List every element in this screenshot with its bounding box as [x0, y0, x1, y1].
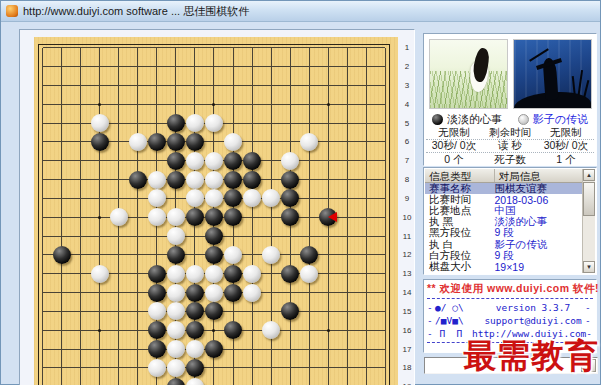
stone-white[interactable]	[91, 265, 109, 283]
white-time-limit: 无限制	[538, 126, 594, 140]
stone-white[interactable]	[300, 265, 318, 283]
stone-black[interactable]	[148, 340, 166, 358]
stone-black[interactable]	[148, 321, 166, 339]
stone-black[interactable]	[129, 171, 147, 189]
stone-white[interactable]	[110, 208, 128, 226]
stone-white[interactable]	[148, 359, 166, 377]
stone-white[interactable]	[186, 152, 204, 170]
stone-white[interactable]	[148, 208, 166, 226]
stone-white[interactable]	[167, 359, 185, 377]
info-value-cell: 19×19	[495, 261, 525, 273]
stone-white[interactable]	[186, 340, 204, 358]
stone-black[interactable]	[91, 133, 109, 151]
row-label: 12	[400, 250, 414, 259]
black-player-name: 淡淡的心事	[447, 112, 502, 127]
stone-white[interactable]	[243, 284, 261, 302]
stone-white[interactable]	[167, 227, 185, 245]
players-box: 淡淡的心事 影子の传说 无限制 剩余时间 无限制 30秒/ 0次 读 秒 30秒…	[423, 33, 597, 166]
black-byoyomi: 30秒/ 0次	[426, 139, 482, 153]
stone-black[interactable]	[53, 246, 71, 264]
app-icon	[6, 5, 18, 17]
watermark-text: 最需教育	[463, 334, 599, 379]
stone-black[interactable]	[148, 265, 166, 283]
stone-black[interactable]	[167, 152, 185, 170]
white-byoyomi: 30秒/ 0次	[538, 139, 594, 153]
last-move-marker-icon	[328, 212, 337, 222]
stone-white[interactable]	[167, 321, 185, 339]
stone-black[interactable]	[167, 171, 185, 189]
stone-white[interactable]	[205, 152, 223, 170]
scrollbar-thumb[interactable]	[583, 182, 595, 216]
row-label: 6	[400, 137, 414, 146]
row-label: 14	[400, 288, 414, 297]
stone-black[interactable]	[224, 265, 242, 283]
stone-white[interactable]	[224, 246, 242, 264]
version-text: version 3.3.7	[481, 302, 585, 313]
table-row[interactable]: 棋盘大小19×19	[425, 261, 583, 272]
stone-black[interactable]	[281, 265, 299, 283]
stone-black[interactable]	[148, 284, 166, 302]
stone-black[interactable]	[243, 152, 261, 170]
stone-white[interactable]	[167, 284, 185, 302]
row-label: 16	[400, 326, 414, 335]
row-label: 7	[400, 156, 414, 165]
stone-white[interactable]	[205, 284, 223, 302]
stone-white[interactable]	[148, 171, 166, 189]
black-player[interactable]: 淡淡的心事	[424, 112, 510, 127]
title-bar[interactable]: http://www.duiyi.com software ... 思佳围棋软件	[1, 1, 600, 22]
divider	[427, 298, 593, 299]
stone-black[interactable]	[300, 246, 318, 264]
stone-black[interactable]	[243, 171, 261, 189]
board-panel: 12345678910111213141516171819	[19, 29, 415, 385]
row-label: 4	[400, 100, 414, 109]
stone-black[interactable]	[224, 171, 242, 189]
row-label: 3	[400, 81, 414, 90]
application-window: http://www.duiyi.com software ... 思佳围棋软件…	[0, 0, 601, 385]
stone-black[interactable]	[186, 284, 204, 302]
stone-white[interactable]	[129, 133, 147, 151]
black-stone-icon	[432, 114, 443, 125]
stone-black[interactable]	[186, 133, 204, 151]
game-info-box: 信息类型 对局信息 赛事名称围棋友谊赛比赛时间2018-03-06比赛地点中国执…	[423, 167, 597, 275]
white-player-name: 影子の传说	[533, 112, 588, 127]
stone-black[interactable]	[148, 133, 166, 151]
black-dead-count: 0 个	[426, 153, 482, 167]
white-player-avatar	[513, 39, 592, 109]
stone-black[interactable]	[167, 114, 185, 132]
row-label: 15	[400, 307, 414, 316]
window-title: http://www.duiyi.com software ... 思佳围棋软件	[23, 4, 249, 19]
stone-black[interactable]	[205, 246, 223, 264]
remaining-time-label: 剩余时间	[482, 126, 538, 140]
row-label: 17	[400, 345, 414, 354]
row-label: 13	[400, 269, 414, 278]
ascii-art-line2: /■V■\	[435, 315, 481, 326]
stone-white[interactable]	[300, 133, 318, 151]
row-label: 18	[400, 363, 414, 372]
stone-white[interactable]	[262, 246, 280, 264]
scroll-up-icon[interactable]: ▲	[583, 169, 595, 181]
dead-stones-label: 死子数	[482, 153, 538, 167]
header-game-info: 对局信息	[495, 169, 545, 182]
row-label: 5	[400, 119, 414, 128]
stone-white[interactable]	[205, 265, 223, 283]
ascii-art-line1: ●/ ○\	[435, 302, 481, 313]
stone-white[interactable]	[186, 171, 204, 189]
row-label: 9	[400, 194, 414, 203]
welcome-message: ** 欢迎使用 www.duiyi.com 软件! **	[427, 282, 593, 296]
stone-white[interactable]	[186, 114, 204, 132]
stone-black[interactable]	[281, 171, 299, 189]
scroll-down-icon[interactable]: ▼	[583, 261, 595, 273]
stone-white[interactable]	[167, 208, 185, 226]
stone-black[interactable]	[224, 284, 242, 302]
white-player[interactable]: 影子の传说	[510, 112, 596, 127]
stone-white[interactable]	[205, 171, 223, 189]
stone-white[interactable]	[186, 265, 204, 283]
header-info-type: 信息类型	[425, 169, 495, 182]
row-coordinates: 12345678910111213141516171819	[400, 37, 415, 385]
stone-black[interactable]	[186, 359, 204, 377]
white-dead-count: 1 个	[538, 153, 594, 167]
info-type-cell: 棋盘大小	[425, 260, 495, 273]
go-board[interactable]	[34, 37, 398, 385]
game-info-table: 信息类型 对局信息 赛事名称围棋友谊赛比赛时间2018-03-06比赛地点中国执…	[425, 169, 583, 273]
byoyomi-label: 读 秒	[482, 139, 538, 153]
stone-black[interactable]	[167, 246, 185, 264]
stone-white[interactable]	[91, 114, 109, 132]
stone-white[interactable]	[281, 152, 299, 170]
stone-black[interactable]	[205, 340, 223, 358]
stone-white[interactable]	[224, 133, 242, 151]
time-info: 无限制 剩余时间 无限制 30秒/ 0次 读 秒 30秒/ 0次 0 个 死子数…	[426, 127, 594, 166]
stone-black[interactable]	[205, 227, 223, 245]
row-label: 11	[400, 232, 414, 241]
stone-black[interactable]	[167, 133, 185, 151]
white-stone-icon	[518, 114, 529, 125]
table-scrollbar[interactable]: ▲ ▼	[582, 169, 595, 273]
row-label: 8	[400, 175, 414, 184]
row-label: 1	[400, 43, 414, 52]
black-player-avatar	[429, 39, 508, 109]
stone-black[interactable]	[224, 152, 242, 170]
stone-white[interactable]	[243, 265, 261, 283]
row-label: 10	[400, 213, 414, 222]
row-label: 2	[400, 62, 414, 71]
stone-white[interactable]	[167, 340, 185, 358]
support-email: support@duiyi.com	[481, 315, 585, 326]
black-time-limit: 无限制	[426, 126, 482, 140]
stone-white[interactable]	[205, 114, 223, 132]
stone-white[interactable]	[167, 265, 185, 283]
